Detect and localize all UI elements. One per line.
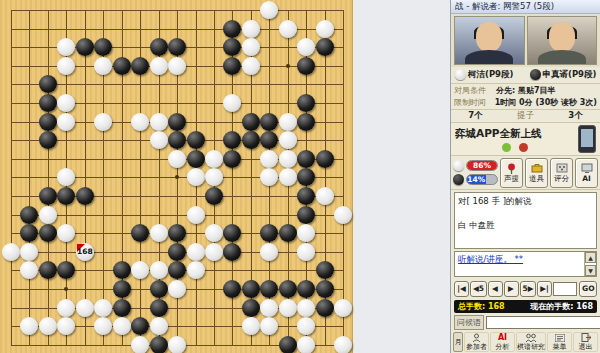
black-stone	[150, 336, 168, 353]
black-stone	[39, 94, 57, 112]
nav-last-button[interactable]: ▶|	[537, 281, 552, 297]
white-stone	[297, 317, 315, 335]
black-stone	[242, 280, 260, 298]
grid-line	[11, 215, 343, 216]
black-stone	[316, 280, 334, 298]
black-stone	[223, 280, 241, 298]
white-stone	[279, 131, 297, 149]
game-info: 对局条件 分先: 黑贴7目半 限制时间 1时间 0分 (30秒 读秒 3次)	[451, 84, 600, 110]
black-player-photo	[527, 16, 598, 65]
white-stone	[187, 206, 205, 224]
black-stone	[150, 280, 168, 298]
white-player-photo	[454, 16, 525, 65]
condition-value: 分先: 黑贴7目半	[496, 85, 597, 97]
greeting-input[interactable]	[486, 316, 600, 329]
black-stone	[297, 94, 315, 112]
white-stone	[187, 243, 205, 261]
move-number-label: 168	[76, 243, 94, 261]
white-stone	[297, 299, 315, 317]
white-stone	[113, 317, 131, 335]
grid-line	[343, 10, 344, 345]
white-stone	[279, 20, 297, 38]
black-stone	[187, 150, 205, 168]
black-stone	[223, 131, 241, 149]
white-stone	[57, 299, 75, 317]
move-number-input[interactable]	[553, 282, 577, 296]
black-stone	[223, 243, 241, 261]
commentary-line1: 对[ 168 手 ]的解说	[458, 195, 593, 207]
participants-button[interactable]: 参加者	[464, 332, 489, 352]
white-stone	[57, 113, 75, 131]
two-people-icon	[525, 333, 537, 342]
black-stone	[39, 131, 57, 149]
white-stone	[131, 261, 149, 279]
black-stone	[279, 336, 297, 353]
black-stone	[279, 224, 297, 242]
cheer-button[interactable]: 声援	[500, 158, 523, 188]
photo-decor	[549, 22, 575, 52]
black-stone	[168, 38, 186, 56]
white-stone	[150, 57, 168, 75]
black-stone	[131, 317, 149, 335]
black-stone	[260, 131, 278, 149]
menu-button[interactable]: 菜单	[547, 332, 572, 352]
white-stone	[150, 224, 168, 242]
black-stone	[150, 299, 168, 317]
white-winrate-bar: 86%	[453, 160, 498, 171]
black-stone	[260, 280, 278, 298]
black-winrate-fill: 14%	[467, 175, 486, 184]
white-player-name: 柯洁(P9段)	[468, 69, 513, 81]
white-stone	[279, 168, 297, 186]
white-stone	[94, 317, 112, 335]
condition-label: 对局条件	[454, 85, 496, 97]
nav-back-button[interactable]: ◀	[488, 281, 503, 297]
black-stone	[20, 206, 38, 224]
photo-decor	[476, 22, 502, 52]
white-stone	[168, 336, 186, 353]
black-stone	[223, 20, 241, 38]
white-stone	[187, 261, 205, 279]
star-point	[286, 64, 290, 68]
white-stone	[20, 317, 38, 335]
black-stone	[223, 150, 241, 168]
black-stone	[260, 113, 278, 131]
black-stone	[260, 224, 278, 242]
star-point	[175, 175, 179, 179]
white-stone	[150, 131, 168, 149]
greeting-row: 问候语	[451, 313, 600, 331]
go-board[interactable]: 168	[0, 0, 353, 353]
black-stone	[39, 187, 57, 205]
black-stone	[168, 131, 186, 149]
black-stone	[113, 299, 131, 317]
black-stone	[168, 261, 186, 279]
white-stone	[76, 299, 94, 317]
ai-icon: AI	[498, 333, 507, 342]
white-stone	[242, 20, 260, 38]
black-stone	[316, 150, 334, 168]
black-stone	[297, 280, 315, 298]
exit-button[interactable]: 退出	[573, 332, 598, 352]
white-stone	[168, 280, 186, 298]
ai-analysis-button[interactable]: AI 分析	[490, 332, 515, 352]
white-stone	[94, 299, 112, 317]
white-stone	[260, 150, 278, 168]
black-stone	[39, 75, 57, 93]
black-winrate-bar: 14%	[453, 174, 498, 185]
black-stone	[150, 38, 168, 56]
black-stone	[279, 280, 297, 298]
black-stone	[94, 38, 112, 56]
window-title: 战 - 解说者: 网警57 (5段)	[451, 0, 600, 14]
white-stone	[279, 150, 297, 168]
abacus-icon	[556, 163, 568, 174]
black-stone	[168, 113, 186, 131]
black-stone	[57, 261, 75, 279]
banner-text: 弈城APP全新上线	[455, 127, 574, 141]
side-tab-button[interactable]: 月	[453, 332, 463, 352]
black-stone	[113, 280, 131, 298]
black-stone	[113, 57, 131, 75]
white-stone	[131, 336, 149, 353]
android-icon	[502, 143, 511, 152]
bottom-toolbar: 月 参加者 AI 分析 棋谱研究 菜单 退出	[451, 331, 600, 353]
commentary-box[interactable]: 对[ 168 手 ]的解说 白 中盘胜	[454, 192, 597, 249]
ai-button[interactable]: AI	[575, 158, 598, 188]
white-stone	[297, 336, 315, 353]
captures-row: 7个 提子 3个	[451, 110, 600, 123]
chat-list[interactable]: 听解说/讲座。 ** ▲ ▼	[454, 251, 597, 277]
black-stone	[223, 224, 241, 242]
game-research-button[interactable]: 棋谱研究	[516, 332, 546, 352]
black-stone	[39, 224, 57, 242]
commentary-line2: 白 中盘胜	[458, 219, 593, 231]
white-stone	[94, 113, 112, 131]
chat-scrollbar[interactable]: ▲ ▼	[584, 252, 596, 276]
black-stone	[242, 113, 260, 131]
captures-label: 提子	[517, 110, 534, 122]
white-stone	[168, 150, 186, 168]
star-point	[64, 287, 68, 291]
white-stone	[57, 168, 75, 186]
nav-forward-button[interactable]: ▶	[504, 281, 519, 297]
time-value: 1时间 0分 (30秒 读秒 3次)	[495, 97, 597, 109]
black-captures: 3个	[568, 110, 582, 122]
white-stone-icon	[455, 69, 466, 80]
move-navigation: |◀ ◀5 ◀ ▶ 5▶ ▶| GO	[451, 279, 600, 301]
black-stone	[242, 131, 260, 149]
black-stone	[205, 187, 223, 205]
black-stone	[316, 299, 334, 317]
white-stone	[57, 224, 75, 242]
white-winrate-fill: 86%	[467, 161, 497, 170]
white-player-row: 柯洁(P9段)	[451, 69, 526, 81]
move-counter-bar: 总手数: 168 现在的手数: 168	[454, 300, 597, 313]
nav-first-button[interactable]: |◀	[454, 281, 469, 297]
white-stone	[2, 243, 20, 261]
white-stone	[242, 38, 260, 56]
black-stone	[131, 224, 149, 242]
white-stone-icon	[453, 160, 464, 171]
black-stone	[76, 38, 94, 56]
white-stone	[168, 57, 186, 75]
white-captures: 7个	[468, 110, 482, 122]
scroll-down-icon[interactable]: ▼	[585, 265, 596, 276]
go-button[interactable]: GO	[579, 281, 597, 297]
black-stone	[20, 224, 38, 242]
score-button[interactable]: 评分	[550, 158, 573, 188]
white-stone	[223, 94, 241, 112]
white-stone	[39, 317, 57, 335]
total-moves: 总手数: 168	[458, 301, 505, 312]
black-stone	[316, 261, 334, 279]
apple-icon	[519, 143, 528, 152]
monitor-icon	[581, 163, 593, 174]
white-stone	[150, 261, 168, 279]
black-stone	[76, 187, 94, 205]
white-stone	[205, 150, 223, 168]
black-stone	[168, 224, 186, 242]
last-move-stone: 168	[76, 243, 94, 261]
white-stone	[334, 299, 352, 317]
white-stone	[260, 243, 278, 261]
photo-decor	[465, 50, 513, 65]
white-stone	[94, 57, 112, 75]
white-stone	[279, 299, 297, 317]
exit-door-icon	[581, 333, 591, 342]
black-stone	[297, 150, 315, 168]
white-stone	[20, 261, 38, 279]
black-stone	[223, 57, 241, 75]
white-stone	[57, 57, 75, 75]
person-icon	[472, 333, 481, 342]
white-stone	[57, 94, 75, 112]
white-stone	[334, 336, 352, 353]
white-stone	[297, 38, 315, 56]
photo-decor	[538, 50, 586, 65]
black-stone	[39, 113, 57, 131]
go-broadcast-window: { "game": "Go (Weiqi) live broadcast - E…	[0, 0, 600, 353]
black-player-name: 申真谞(P9段)	[543, 69, 597, 81]
white-stone	[187, 168, 205, 186]
black-stone	[297, 57, 315, 75]
white-stone	[279, 113, 297, 131]
white-stone	[57, 38, 75, 56]
current-move: 现在的手数: 168	[530, 301, 593, 312]
black-stone	[187, 131, 205, 149]
side-panel: 战 - 解说者: 网警57 (5段) 柯洁(P9段) 申真谞(P9段) 对局条件…	[450, 0, 600, 353]
scroll-up-icon[interactable]: ▲	[585, 252, 596, 263]
white-stone	[260, 1, 278, 19]
white-stone	[205, 224, 223, 242]
black-stone	[242, 299, 260, 317]
white-stone	[260, 168, 278, 186]
black-stone	[297, 187, 315, 205]
greeting-label: 问候语	[454, 315, 484, 330]
app-banner[interactable]: 弈城APP全新上线	[451, 123, 600, 157]
white-stone	[242, 57, 260, 75]
black-stone	[39, 261, 57, 279]
white-stone	[205, 168, 223, 186]
white-stone	[297, 243, 315, 261]
nav-forward5-button[interactable]: 5▶	[520, 281, 537, 297]
nav-back5-button[interactable]: ◀5	[470, 281, 487, 297]
white-stone	[131, 113, 149, 131]
white-stone	[242, 317, 260, 335]
black-stone	[168, 243, 186, 261]
black-stone	[113, 261, 131, 279]
toolbox-icon	[531, 163, 543, 174]
lecture-link[interactable]: 听解说/讲座。 **	[458, 254, 523, 264]
white-stone	[260, 299, 278, 317]
black-stone	[297, 113, 315, 131]
time-label: 限制时间	[454, 97, 495, 109]
items-button[interactable]: 道具	[525, 158, 548, 188]
black-stone	[131, 57, 149, 75]
menu-icon	[555, 333, 565, 342]
black-stone	[297, 168, 315, 186]
player-names: 柯洁(P9段) 申真谞(P9段)	[451, 67, 600, 84]
black-stone	[223, 38, 241, 56]
white-stone	[260, 317, 278, 335]
white-stone	[39, 206, 57, 224]
white-stone	[150, 317, 168, 335]
white-stone	[57, 317, 75, 335]
black-stone	[297, 206, 315, 224]
black-stone	[57, 187, 75, 205]
black-stone-icon	[453, 174, 464, 185]
phone-icon	[578, 125, 596, 153]
white-stone	[334, 206, 352, 224]
white-stone	[205, 243, 223, 261]
rose-icon	[506, 163, 518, 174]
white-stone	[316, 20, 334, 38]
white-stone	[316, 187, 334, 205]
white-stone	[20, 243, 38, 261]
black-player-row: 申真谞(P9段)	[526, 69, 600, 81]
player-photos	[451, 14, 600, 67]
black-stone-icon	[530, 69, 541, 80]
winrate-and-actions: 86% 14% 声援 道具 评分	[451, 156, 600, 190]
black-stone	[316, 38, 334, 56]
white-stone	[297, 224, 315, 242]
white-stone	[150, 113, 168, 131]
